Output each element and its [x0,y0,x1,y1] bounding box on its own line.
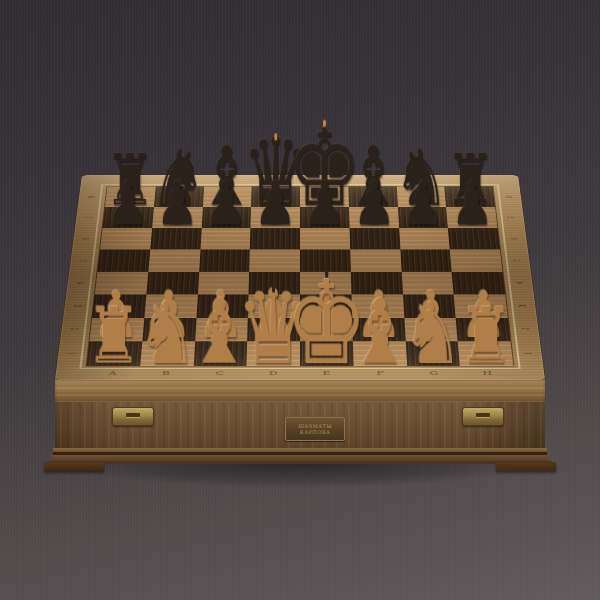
square-h6[interactable] [448,228,500,250]
file-label-e: E [323,370,331,376]
board-frame: ABCDEFGH 87654321 87654321 [55,175,545,380]
box-base-step [48,461,552,464]
square-c4[interactable] [197,272,249,295]
square-b4[interactable] [146,272,199,295]
square-g6[interactable] [399,228,450,250]
rank-label-5: 5 [78,259,88,261]
square-g4[interactable] [401,272,454,295]
square-e1[interactable] [300,341,353,366]
square-b8[interactable] [154,186,204,207]
rank-label-6: 6 [81,238,91,240]
square-d2[interactable] [247,318,300,342]
square-e3[interactable] [300,294,352,317]
rank-label-4: 4 [75,282,85,284]
square-h5[interactable] [450,250,503,272]
rank-label-8: 8 [504,196,513,198]
square-f1[interactable] [353,341,407,366]
square-b6[interactable] [150,228,201,250]
square-f7[interactable] [349,207,399,228]
square-b7[interactable] [152,207,203,228]
square-a8[interactable] [105,186,156,207]
square-f8[interactable] [348,186,397,207]
rank-label-8: 8 [86,196,95,198]
black-king-finial-icon [323,120,326,127]
square-d7[interactable] [251,207,300,228]
rank-label-7: 7 [84,216,93,218]
rank-label-2: 2 [521,328,531,331]
square-b1[interactable] [140,341,195,366]
square-a7[interactable] [103,207,154,228]
chess-board: ABCDEFGH 87654321 87654321 ♜♞♝♛♚♝♞♜♟︎♟︎♟… [55,175,545,380]
square-a6[interactable] [100,228,152,250]
brand-plaque: ШАХМАТЫ КАРПОВА [285,417,345,441]
square-c5[interactable] [199,250,250,272]
square-g7[interactable] [398,207,449,228]
rank-label-1: 1 [524,352,534,355]
square-c6[interactable] [200,228,251,250]
square-c2[interactable] [195,318,248,342]
square-e7[interactable] [300,207,349,228]
box-front-panel: ШАХМАТЫ КАРПОВА [55,402,545,448]
square-d3[interactable] [248,294,300,317]
square-d1[interactable] [247,341,300,366]
square-h3[interactable] [454,294,508,317]
board-squares [87,186,514,366]
square-f3[interactable] [351,294,404,317]
file-label-h: H [482,370,492,376]
rank-label-5: 5 [512,259,522,261]
square-e4[interactable] [300,272,351,295]
rank-label-4: 4 [515,282,525,284]
rank-label-7: 7 [507,216,516,218]
square-b5[interactable] [148,250,200,272]
latch-slot [476,413,490,417]
latch-slot [126,413,140,417]
square-g5[interactable] [400,250,452,272]
square-d5[interactable] [249,250,300,272]
black-queen-finial-icon [274,133,277,140]
square-h2[interactable] [456,318,511,342]
file-label-b: B [162,370,171,376]
square-a5[interactable] [98,250,151,272]
square-e6[interactable] [300,228,350,250]
plaque-line2: КАРПОВА [300,429,330,435]
square-h4[interactable] [452,272,505,295]
square-a1[interactable] [87,341,142,366]
left-brass-latch-icon [112,407,154,426]
rank-label-2: 2 [69,328,79,331]
file-label-d: D [269,370,278,376]
square-a4[interactable] [95,272,148,295]
square-h8[interactable] [444,186,495,207]
square-e5[interactable] [300,250,351,272]
square-d6[interactable] [250,228,300,250]
square-f2[interactable] [352,318,405,342]
square-e8[interactable] [300,186,349,207]
rank-label-1: 1 [66,352,76,355]
square-f4[interactable] [351,272,403,295]
rank-label-3: 3 [72,305,82,307]
square-g8[interactable] [396,186,446,207]
square-c1[interactable] [193,341,247,366]
box-foot-left [44,462,104,471]
square-h7[interactable] [446,207,497,228]
square-g2[interactable] [404,318,458,342]
rank-label-3: 3 [518,305,528,307]
square-a3[interactable] [92,294,146,317]
square-b2[interactable] [142,318,196,342]
square-h1[interactable] [458,341,513,366]
file-label-f: F [376,370,384,376]
square-b3[interactable] [144,294,197,317]
square-d4[interactable] [249,272,300,295]
square-c8[interactable] [202,186,251,207]
square-g1[interactable] [405,341,460,366]
right-brass-latch-icon [462,407,504,426]
chess-set-photo: ШАХМАТЫ КАРПОВА ABCDEFGH 87654321 876543… [0,0,600,600]
square-d8[interactable] [251,186,300,207]
file-label-g: G [429,370,438,376]
square-a2[interactable] [89,318,144,342]
square-c3[interactable] [196,294,249,317]
file-label-c: C [215,370,224,376]
file-label-a: A [108,370,117,376]
file-labels: ABCDEFGH [85,368,515,378]
square-e2[interactable] [300,318,353,342]
rank-label-6: 6 [510,238,520,240]
square-g3[interactable] [403,294,456,317]
square-f6[interactable] [349,228,400,250]
square-f5[interactable] [350,250,401,272]
box-foot-right [496,462,556,471]
square-c7[interactable] [201,207,251,228]
